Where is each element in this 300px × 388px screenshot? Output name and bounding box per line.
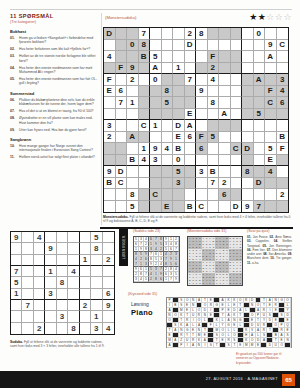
monster-cell-r15c14[interactable] xyxy=(254,189,266,201)
sudoku9-cell-r9c9[interactable]: 4 xyxy=(103,323,114,334)
monster-cell-r5c6[interactable] xyxy=(162,74,174,86)
monster-cell-r2c5[interactable] xyxy=(150,40,162,52)
monster-cell-r14c7[interactable]: 3 xyxy=(173,178,185,190)
monster-cell-r12c8[interactable] xyxy=(185,155,197,167)
sudoku9-cell-r5c2[interactable] xyxy=(22,277,33,288)
sudoku9-cell-r1c1[interactable]: 9 xyxy=(11,232,22,243)
monster-cell-r15c12[interactable] xyxy=(231,189,243,201)
monster-cell-r7c13[interactable] xyxy=(242,97,254,109)
monster-cell-r1c16[interactable] xyxy=(277,28,289,40)
monster-cell-r7c2[interactable]: 7 xyxy=(116,97,128,109)
monster-cell-r14c12[interactable] xyxy=(231,178,243,190)
monster-cell-r1c2[interactable] xyxy=(116,28,128,40)
sudoku9-cell-r2c3[interactable] xyxy=(34,243,45,254)
monster-cell-r6c4[interactable] xyxy=(139,86,151,98)
monster-cell-r4c3[interactable]: 9 xyxy=(127,63,139,75)
sudoku9-cell-r4c6[interactable]: 4 xyxy=(68,266,79,277)
monster-cell-r12c15[interactable]: E xyxy=(265,155,277,167)
monster-cell-r5c10[interactable]: 4 xyxy=(208,74,220,86)
monster-cell-r12c10[interactable] xyxy=(208,155,220,167)
sudoku9-cell-r8c3[interactable] xyxy=(34,311,45,322)
sudoku9-cell-r4c3[interactable] xyxy=(34,266,45,277)
monster-cell-r5c14[interactable]: A xyxy=(254,74,266,86)
monster-cell-r13c14[interactable] xyxy=(254,166,266,178)
monster-cell-r1c9[interactable]: 8 xyxy=(196,28,208,40)
monster-cell-r6c6[interactable]: 8 xyxy=(162,86,174,98)
monster-cell-r2c11[interactable] xyxy=(219,40,231,52)
monster-cell-r3c7[interactable] xyxy=(173,51,185,63)
sudoku9-cell-r8c1[interactable] xyxy=(11,311,22,322)
monster-cell-r5c12[interactable] xyxy=(231,74,243,86)
monster-cell-r8c13[interactable] xyxy=(242,109,254,121)
monster-cell-r13c8[interactable] xyxy=(185,166,197,178)
monster-cell-r15c16[interactable]: 2 xyxy=(277,189,289,201)
monster-cell-r11c11[interactable] xyxy=(219,143,231,155)
sudoku9-cell-r3c4[interactable] xyxy=(45,255,56,266)
monster-cell-r14c11[interactable]: 2 xyxy=(219,178,231,190)
monster-cell-r15c11[interactable]: 6 xyxy=(219,189,231,201)
sudoku9-cell-r3c3[interactable] xyxy=(34,255,45,266)
sudoku9-cell-r7c2[interactable]: 7 xyxy=(22,300,33,311)
monster-cell-r4c10[interactable]: 2 xyxy=(208,63,220,75)
monster-cell-r3c5[interactable]: 5 xyxy=(150,51,162,63)
monster-cell-r10c1[interactable]: 2 xyxy=(104,132,116,144)
monster-cell-r9c6[interactable] xyxy=(162,120,174,132)
monster-cell-r12c13[interactable] xyxy=(242,155,254,167)
monster-cell-r12c5[interactable]: 3 xyxy=(150,155,162,167)
monster-cell-r4c9[interactable] xyxy=(196,63,208,75)
monster-cell-r14c6[interactable] xyxy=(162,178,174,190)
monster-cell-r8c12[interactable] xyxy=(231,109,243,121)
monster-cell-r11c9[interactable]: 6 xyxy=(196,143,208,155)
monster-cell-r5c2[interactable] xyxy=(116,74,128,86)
sudoku9-cell-r5c6[interactable] xyxy=(68,277,79,288)
monster-cell-r4c11[interactable] xyxy=(219,63,231,75)
sudoku9-cell-r4c4[interactable]: 1 xyxy=(45,266,56,277)
monster-cell-r6c1[interactable]: E xyxy=(104,86,116,98)
monster-cell-r2c7[interactable] xyxy=(173,40,185,52)
monster-cell-r6c11[interactable] xyxy=(219,86,231,98)
sudoku9-cell-r8c9[interactable] xyxy=(103,311,114,322)
sudoku9-cell-r6c1[interactable]: 1 xyxy=(11,289,22,300)
sudoku9-cell-r4c1[interactable]: 7 xyxy=(11,266,22,277)
sudoku9-cell-r7c4[interactable] xyxy=(45,300,56,311)
monster-cell-r6c14[interactable] xyxy=(254,86,266,98)
monster-cell-r14c4[interactable] xyxy=(139,178,151,190)
monster-cell-r16c1[interactable] xyxy=(104,201,116,213)
monster-cell-r13c15[interactable]: 4 xyxy=(265,166,277,178)
monster-cell-r7c10[interactable]: 8 xyxy=(208,97,220,109)
sudoku9-cell-r3c8[interactable] xyxy=(91,255,102,266)
monster-cell-r5c4[interactable] xyxy=(139,74,151,86)
monster-cell-r16c4[interactable] xyxy=(139,201,151,213)
monster-cell-r13c10[interactable]: B xyxy=(208,166,220,178)
monster-cell-r7c16[interactable]: 6 xyxy=(277,97,289,109)
sudoku9-cell-r6c7[interactable] xyxy=(80,289,91,300)
sudoku9-cell-r1c5[interactable] xyxy=(57,232,68,243)
monster-cell-r8c14[interactable]: 5 xyxy=(254,109,266,121)
monster-cell-r16c5[interactable] xyxy=(150,201,162,213)
monster-cell-r4c2[interactable]: F xyxy=(116,63,128,75)
sudoku9-cell-r1c8[interactable]: 5 xyxy=(91,232,102,243)
monster-cell-r5c15[interactable] xyxy=(265,74,277,86)
monster-cell-r6c3[interactable] xyxy=(127,86,139,98)
monster-cell-r9c16[interactable] xyxy=(277,120,289,132)
monster-cell-r7c15[interactable]: C xyxy=(265,97,277,109)
monster-cell-r14c9[interactable] xyxy=(196,178,208,190)
monster-cell-r3c15[interactable]: A xyxy=(265,51,277,63)
monster-cell-r8c11[interactable]: A xyxy=(219,109,231,121)
monster-cell-r4c8[interactable] xyxy=(185,63,197,75)
monster-cell-r2c15[interactable]: 9 xyxy=(265,40,277,52)
monster-cell-r15c4[interactable] xyxy=(139,189,151,201)
sudoku9-cell-r1c9[interactable] xyxy=(103,232,114,243)
monster-cell-r15c6[interactable] xyxy=(162,189,174,201)
monster-cell-r9c8[interactable]: A xyxy=(185,120,197,132)
sudoku9-cell-r8c6[interactable] xyxy=(68,311,79,322)
monster-cell-r12c6[interactable] xyxy=(162,155,174,167)
sudoku9-cell-r7c3[interactable] xyxy=(34,300,45,311)
sudoku9-cell-r9c8[interactable]: 3 xyxy=(91,323,102,334)
monster-cell-r8c10[interactable] xyxy=(208,109,220,121)
monster-cell-r8c2[interactable] xyxy=(116,109,128,121)
monster-cell-r2c16[interactable]: C xyxy=(277,40,289,52)
sudoku9-cell-r2c7[interactable] xyxy=(80,243,91,254)
monster-cell-r16c10[interactable] xyxy=(208,201,220,213)
monster-cell-r7c3[interactable]: 1 xyxy=(127,97,139,109)
monster-cell-r8c6[interactable] xyxy=(162,109,174,121)
sudoku9-cell-r5c7[interactable] xyxy=(80,277,91,288)
monster-cell-r13c4[interactable] xyxy=(139,166,151,178)
sudoku-grid[interactable]: 945981271458136729312834 xyxy=(10,231,115,335)
monster-cell-r2c10[interactable] xyxy=(208,40,220,52)
monster-cell-r8c7[interactable] xyxy=(173,109,185,121)
sudoku9-cell-r1c3[interactable]: 4 xyxy=(34,232,45,243)
monster-cell-r2c8[interactable]: D xyxy=(185,40,197,52)
monster-cell-r16c2[interactable] xyxy=(116,201,128,213)
sudoku9-cell-r5c5[interactable]: 8 xyxy=(57,277,68,288)
monster-cell-r1c1[interactable]: D xyxy=(104,28,116,40)
monster-cell-r4c16[interactable] xyxy=(277,63,289,75)
monster-cell-r3c6[interactable] xyxy=(162,51,174,63)
monster-cell-r9c5[interactable]: 1 xyxy=(150,120,162,132)
monster-cell-r2c12[interactable] xyxy=(231,40,243,52)
sudoku9-cell-r1c2[interactable] xyxy=(22,232,33,243)
monster-cell-r10c6[interactable] xyxy=(162,132,174,144)
monster-cell-r15c5[interactable]: C xyxy=(150,189,162,201)
monster-cell-r1c4[interactable]: 7 xyxy=(139,28,151,40)
monster-cell-r12c9[interactable] xyxy=(196,155,208,167)
monster-cell-r4c1[interactable] xyxy=(104,63,116,75)
sudoku9-cell-r8c2[interactable] xyxy=(22,311,33,322)
monster-cell-r7c12[interactable] xyxy=(231,97,243,109)
monster-cell-r11c7[interactable]: B xyxy=(173,143,185,155)
monster-cell-r2c6[interactable] xyxy=(162,40,174,52)
monster-cell-r9c4[interactable]: C xyxy=(139,120,151,132)
monster-cell-r4c15[interactable] xyxy=(265,63,277,75)
monster-cell-r11c13[interactable]: D xyxy=(242,143,254,155)
monster-cell-r1c8[interactable]: 2 xyxy=(185,28,197,40)
monster-cell-r7c5[interactable] xyxy=(150,97,162,109)
sudoku9-cell-r3c2[interactable] xyxy=(22,255,33,266)
monster-cell-r15c1[interactable] xyxy=(104,189,116,201)
monster-cell-r16c14[interactable]: 7 xyxy=(254,201,266,213)
monster-cell-r10c11[interactable] xyxy=(219,132,231,144)
sudoku9-cell-r9c5[interactable] xyxy=(57,323,68,334)
monster-cell-r14c3[interactable] xyxy=(127,178,139,190)
monster-cell-r13c13[interactable]: 8 xyxy=(242,166,254,178)
monster-cell-r11c6[interactable]: 4 xyxy=(162,143,174,155)
monster-cell-r14c5[interactable] xyxy=(150,178,162,190)
monster-cell-r8c3[interactable] xyxy=(127,109,139,121)
monster-cell-r11c5[interactable]: 9 xyxy=(150,143,162,155)
monster-cell-r12c16[interactable] xyxy=(277,155,289,167)
monster-cell-r10c5[interactable] xyxy=(150,132,162,144)
monster-cell-r3c2[interactable] xyxy=(116,51,128,63)
monster-cell-r1c11[interactable] xyxy=(219,28,231,40)
sudoku9-cell-r7c1[interactable] xyxy=(11,300,22,311)
monster-cell-r9c2[interactable] xyxy=(116,120,128,132)
monster-cell-r16c11[interactable] xyxy=(219,201,231,213)
sudoku9-cell-r2c5[interactable] xyxy=(57,243,68,254)
monster-cell-r1c6[interactable] xyxy=(162,28,174,40)
sudoku9-cell-r6c3[interactable] xyxy=(34,289,45,300)
monster-cell-r2c3[interactable]: 0 xyxy=(127,40,139,52)
sudoku9-cell-r3c6[interactable] xyxy=(68,255,79,266)
monster-cell-r9c1[interactable]: 3 xyxy=(104,120,116,132)
monster-cell-r10c12[interactable] xyxy=(231,132,243,144)
monster-cell-r5c1[interactable]: F xyxy=(104,74,116,86)
monster-cell-r9c11[interactable] xyxy=(219,120,231,132)
monster-cell-r3c8[interactable] xyxy=(185,51,197,63)
sudoku9-cell-r3c1[interactable] xyxy=(11,255,22,266)
monster-cell-r4c13[interactable] xyxy=(242,63,254,75)
sudoku9-cell-r2c1[interactable] xyxy=(11,243,22,254)
monster-cell-r16c15[interactable] xyxy=(265,201,277,213)
sudoku9-cell-r4c9[interactable] xyxy=(103,266,114,277)
monster-cell-r10c10[interactable]: 5 xyxy=(208,132,220,144)
monster-cell-r16c8[interactable]: B xyxy=(185,201,197,213)
sudoku9-cell-r5c1[interactable]: 5 xyxy=(11,277,22,288)
monster-cell-r15c9[interactable] xyxy=(196,189,208,201)
monster-cell-r12c12[interactable] xyxy=(231,155,243,167)
monstersudoku-grid[interactable]: D728008D9C4B5FAF9A12F2074A3E689F47158C6E… xyxy=(103,27,289,213)
monster-cell-r13c1[interactable]: 9 xyxy=(104,166,116,178)
monster-cell-r14c14[interactable]: D xyxy=(254,178,266,190)
monster-cell-r5c13[interactable] xyxy=(242,74,254,86)
sudoku9-cell-r9c6[interactable]: 8 xyxy=(68,323,79,334)
monster-cell-r11c14[interactable] xyxy=(254,143,266,155)
sudoku9-cell-r7c8[interactable] xyxy=(91,300,102,311)
monster-cell-r9c14[interactable] xyxy=(254,120,266,132)
sudoku9-cell-r5c9[interactable] xyxy=(103,277,114,288)
monster-cell-r7c11[interactable] xyxy=(219,97,231,109)
monster-cell-r5c11[interactable] xyxy=(219,74,231,86)
monster-cell-r15c13[interactable] xyxy=(242,189,254,201)
monster-cell-r9c12[interactable] xyxy=(231,120,243,132)
monster-cell-r4c7[interactable]: 1 xyxy=(173,63,185,75)
monster-cell-r13c11[interactable] xyxy=(219,166,231,178)
monster-cell-r11c3[interactable] xyxy=(127,143,139,155)
monster-cell-r7c6[interactable]: 5 xyxy=(162,97,174,109)
monster-cell-r2c2[interactable] xyxy=(116,40,128,52)
monster-cell-r15c15[interactable] xyxy=(265,189,277,201)
monster-cell-r4c6[interactable] xyxy=(162,63,174,75)
sudoku9-cell-r8c4[interactable] xyxy=(45,311,56,322)
sudoku9-cell-r7c7[interactable]: 2 xyxy=(80,300,91,311)
monster-cell-r13c3[interactable] xyxy=(127,166,139,178)
monster-cell-r8c9[interactable] xyxy=(196,109,208,121)
sudoku9-cell-r9c7[interactable] xyxy=(80,323,91,334)
monster-cell-r16c16[interactable] xyxy=(277,201,289,213)
sudoku9-cell-r2c9[interactable] xyxy=(103,243,114,254)
sudoku9-cell-r9c1[interactable] xyxy=(11,323,22,334)
monster-cell-r3c10[interactable]: F xyxy=(208,51,220,63)
monster-cell-r6c13[interactable] xyxy=(242,86,254,98)
monster-cell-r6c5[interactable] xyxy=(150,86,162,98)
monster-cell-r1c3[interactable] xyxy=(127,28,139,40)
monster-cell-r13c9[interactable]: 3 xyxy=(196,166,208,178)
monster-cell-r15c10[interactable] xyxy=(208,189,220,201)
sudoku9-cell-r8c5[interactable]: 3 xyxy=(57,311,68,322)
monster-cell-r15c2[interactable] xyxy=(116,189,128,201)
monster-cell-r14c1[interactable]: B xyxy=(104,178,116,190)
monster-cell-r12c11[interactable] xyxy=(219,155,231,167)
monster-cell-r15c3[interactable]: 8 xyxy=(127,189,139,201)
monster-cell-r11c1[interactable] xyxy=(104,143,116,155)
sudoku9-cell-r7c9[interactable]: 9 xyxy=(103,300,114,311)
monster-cell-r1c13[interactable] xyxy=(242,28,254,40)
sudoku9-cell-r3c5[interactable] xyxy=(57,255,68,266)
sudoku9-cell-r4c7[interactable] xyxy=(80,266,91,277)
monster-cell-r4c4[interactable] xyxy=(139,63,151,75)
monster-cell-r12c4[interactable]: 4 xyxy=(139,155,151,167)
monster-cell-r15c8[interactable] xyxy=(185,189,197,201)
monster-cell-r2c4[interactable]: 8 xyxy=(139,40,151,52)
monster-cell-r11c16[interactable]: F xyxy=(277,143,289,155)
monster-cell-r11c12[interactable]: C xyxy=(231,143,243,155)
sudoku9-cell-r4c8[interactable] xyxy=(91,266,102,277)
monster-cell-r4c12[interactable] xyxy=(231,63,243,75)
monster-cell-r16c3[interactable]: 5 xyxy=(127,201,139,213)
monster-cell-r9c15[interactable] xyxy=(265,120,277,132)
monster-cell-r7c9[interactable] xyxy=(196,97,208,109)
monster-cell-r6c12[interactable] xyxy=(231,86,243,98)
monster-cell-r7c8[interactable] xyxy=(185,97,197,109)
monster-cell-r10c3[interactable]: A xyxy=(127,132,139,144)
monster-cell-r14c2[interactable]: C xyxy=(116,178,128,190)
monster-cell-r15c7[interactable] xyxy=(173,189,185,201)
monster-cell-r13c5[interactable] xyxy=(150,166,162,178)
monster-cell-r10c14[interactable] xyxy=(254,132,266,144)
sudoku9-cell-r2c6[interactable] xyxy=(68,243,79,254)
monster-cell-r2c13[interactable] xyxy=(242,40,254,52)
monster-cell-r5c5[interactable]: 0 xyxy=(150,74,162,86)
monster-cell-r1c7[interactable] xyxy=(173,28,185,40)
monster-cell-r10c4[interactable] xyxy=(139,132,151,144)
monster-cell-r10c2[interactable] xyxy=(116,132,128,144)
sudoku9-cell-r9c3[interactable]: 2 xyxy=(34,323,45,334)
sudoku9-cell-r9c4[interactable] xyxy=(45,323,56,334)
sudoku9-cell-r6c2[interactable] xyxy=(22,289,33,300)
monster-cell-r1c12[interactable] xyxy=(231,28,243,40)
monster-cell-r11c2[interactable] xyxy=(116,143,128,155)
sudoku9-cell-r6c4[interactable]: 3 xyxy=(45,289,56,300)
monster-cell-r8c8[interactable]: E xyxy=(185,109,197,121)
monster-cell-r14c16[interactable] xyxy=(277,178,289,190)
monster-cell-r9c10[interactable] xyxy=(208,120,220,132)
monster-cell-r6c8[interactable] xyxy=(185,86,197,98)
sudoku9-cell-r1c7[interactable] xyxy=(80,232,91,243)
sudoku9-cell-r6c9[interactable]: 6 xyxy=(103,289,114,300)
monster-cell-r13c12[interactable] xyxy=(231,166,243,178)
sudoku9-cell-r5c3[interactable] xyxy=(34,277,45,288)
monster-cell-r11c10[interactable] xyxy=(208,143,220,155)
monster-cell-r3c13[interactable] xyxy=(242,51,254,63)
sudoku9-cell-r1c4[interactable] xyxy=(45,232,56,243)
monster-cell-r3c14[interactable] xyxy=(254,51,266,63)
monster-cell-r3c11[interactable] xyxy=(219,51,231,63)
monster-cell-r6c2[interactable]: 6 xyxy=(116,86,128,98)
monster-cell-r5c16[interactable]: 3 xyxy=(277,74,289,86)
monster-cell-r11c4[interactable]: 1 xyxy=(139,143,151,155)
monster-cell-r6c7[interactable] xyxy=(173,86,185,98)
monster-cell-r13c16[interactable] xyxy=(277,166,289,178)
monster-cell-r16c9[interactable]: C xyxy=(196,201,208,213)
monster-cell-r10c7[interactable]: E xyxy=(173,132,185,144)
sudoku9-cell-r1c6[interactable] xyxy=(68,232,79,243)
monster-cell-r12c3[interactable]: B xyxy=(127,155,139,167)
monster-cell-r2c1[interactable] xyxy=(104,40,116,52)
sudoku9-cell-r4c5[interactable] xyxy=(57,266,68,277)
monster-cell-r14c13[interactable] xyxy=(242,178,254,190)
monster-cell-r13c2[interactable]: D xyxy=(116,166,128,178)
monster-cell-r3c1[interactable]: 4 xyxy=(104,51,116,63)
monster-cell-r7c1[interactable] xyxy=(104,97,116,109)
monster-cell-r14c10[interactable]: 7 xyxy=(208,178,220,190)
monster-cell-r5c3[interactable]: 2 xyxy=(127,74,139,86)
monster-cell-r5c8[interactable]: 7 xyxy=(185,74,197,86)
monster-cell-r5c7[interactable] xyxy=(173,74,185,86)
monster-cell-r3c4[interactable]: B xyxy=(139,51,151,63)
monster-cell-r6c10[interactable] xyxy=(208,86,220,98)
monster-cell-r12c2[interactable] xyxy=(116,155,128,167)
monster-cell-r9c3[interactable] xyxy=(127,120,139,132)
sudoku9-cell-r4c2[interactable] xyxy=(22,266,33,277)
monster-cell-r12c1[interactable] xyxy=(104,155,116,167)
sudoku9-cell-r6c5[interactable] xyxy=(57,289,68,300)
monster-cell-r7c4[interactable] xyxy=(139,97,151,109)
monster-cell-r3c9[interactable] xyxy=(196,51,208,63)
sudoku9-cell-r7c6[interactable] xyxy=(68,300,79,311)
monster-cell-r8c1[interactable] xyxy=(104,109,116,121)
monster-cell-r1c14[interactable]: 0 xyxy=(254,28,266,40)
monster-cell-r1c5[interactable] xyxy=(150,28,162,40)
sudoku9-cell-r5c8[interactable] xyxy=(91,277,102,288)
monster-cell-r3c16[interactable] xyxy=(277,51,289,63)
monster-cell-r16c6[interactable]: E xyxy=(162,201,174,213)
monster-cell-r6c16[interactable]: 4 xyxy=(277,86,289,98)
sudoku9-cell-r9c2[interactable] xyxy=(22,323,33,334)
monster-cell-r2c9[interactable] xyxy=(196,40,208,52)
monster-cell-r9c13[interactable] xyxy=(242,120,254,132)
sudoku9-cell-r3c7[interactable]: 1 xyxy=(80,255,91,266)
monster-cell-r10c9[interactable]: F xyxy=(196,132,208,144)
monster-cell-r7c7[interactable] xyxy=(173,97,185,109)
monster-cell-r1c15[interactable] xyxy=(265,28,277,40)
monster-cell-r10c16[interactable]: B xyxy=(277,132,289,144)
monster-cell-r8c5[interactable] xyxy=(150,109,162,121)
